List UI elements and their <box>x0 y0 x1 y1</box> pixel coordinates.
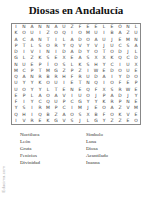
word-list-right: SímboloLunaDiosaAcantiladoInanna <box>86 131 132 166</box>
grid-cell: K <box>44 118 52 124</box>
word-list: NoctilucaLeónGrutaFeniciosDivinidad Símb… <box>0 131 152 166</box>
grid-cell: V <box>20 118 28 124</box>
grid-cell: G <box>52 118 60 124</box>
grid-cell: S <box>68 118 76 124</box>
grid-cell: I <box>12 118 20 124</box>
grid-cell: E <box>124 118 132 124</box>
grid-cell: O <box>132 118 140 124</box>
grid-cell: J <box>76 118 84 124</box>
word-item: Luna <box>86 138 132 145</box>
grid-cell: E <box>36 118 44 124</box>
grid-cell: Z <box>108 118 116 124</box>
word-item: León <box>20 138 66 145</box>
grid-cell: G <box>92 118 100 124</box>
grid-cell: V <box>60 118 68 124</box>
word-item: Diosa <box>86 145 132 152</box>
letter-grid: INANNAUZFEELEÓNLKOUIZOQIOMUIBAZUACANTILA… <box>12 24 140 124</box>
grid-border-box: INANNAUZFEELEÓNLKOUIZOQIOMUIBAZUACANTILA… <box>11 23 141 125</box>
watermark-educima: Educima.com <box>1 166 6 192</box>
grid-cell: Z <box>116 118 124 124</box>
grid-cell: R <box>28 118 36 124</box>
word-item: Fenicios <box>20 152 66 159</box>
word-item: Gruta <box>20 145 66 152</box>
word-item: Acantilado <box>86 152 132 159</box>
word-list-left: NoctilucaLeónGrutaFeniciosDivinidad <box>20 131 66 166</box>
page-title: Diosas en Andalucía <box>0 0 152 17</box>
word-item: Símbolo <box>86 131 132 138</box>
word-item: Divinidad <box>20 159 66 166</box>
grid-cell: Y <box>100 118 108 124</box>
word-item: Noctiluca <box>20 131 66 138</box>
page: Diosas en Andalucía INANNAUZFEELEÓNLKOUI… <box>0 0 152 200</box>
grid-cell: L <box>84 118 92 124</box>
word-item: Inanna <box>86 159 132 166</box>
